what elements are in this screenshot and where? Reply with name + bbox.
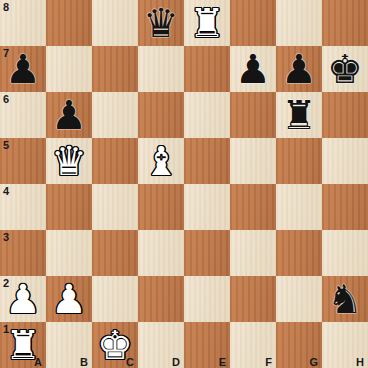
square-d2[interactable]	[138, 276, 184, 322]
piece-black-pawn[interactable]: ♟	[230, 46, 276, 92]
file-label-f: F	[265, 356, 272, 368]
file-label-g: G	[309, 356, 318, 368]
square-f4[interactable]	[230, 184, 276, 230]
square-h6[interactable]	[322, 92, 368, 138]
square-b2[interactable]: ♟	[46, 276, 92, 322]
square-a2[interactable]: 2♟	[0, 276, 46, 322]
square-h5[interactable]	[322, 138, 368, 184]
square-d3[interactable]	[138, 230, 184, 276]
square-b4[interactable]	[46, 184, 92, 230]
square-g4[interactable]	[276, 184, 322, 230]
square-b8[interactable]	[46, 0, 92, 46]
square-f6[interactable]	[230, 92, 276, 138]
square-d1[interactable]: D	[138, 322, 184, 368]
piece-white-rook[interactable]: ♜	[0, 322, 46, 368]
square-g3[interactable]	[276, 230, 322, 276]
rank-label-8: 8	[3, 1, 9, 13]
file-label-h: H	[356, 356, 364, 368]
square-b6[interactable]: ♟	[46, 92, 92, 138]
chess-board: 8♛♜7♟♟♟♚6♟♜5♛♝432♟♟♞1A♜BC♚DEFGH	[0, 0, 368, 368]
square-b3[interactable]	[46, 230, 92, 276]
square-g5[interactable]	[276, 138, 322, 184]
square-f2[interactable]	[230, 276, 276, 322]
square-g8[interactable]	[276, 0, 322, 46]
piece-white-rook[interactable]: ♜	[184, 0, 230, 46]
square-f5[interactable]	[230, 138, 276, 184]
square-g6[interactable]: ♜	[276, 92, 322, 138]
square-a7[interactable]: 7♟	[0, 46, 46, 92]
square-h8[interactable]	[322, 0, 368, 46]
square-f7[interactable]: ♟	[230, 46, 276, 92]
square-f8[interactable]	[230, 0, 276, 46]
piece-black-pawn[interactable]: ♟	[276, 46, 322, 92]
square-e8[interactable]: ♜	[184, 0, 230, 46]
piece-white-pawn[interactable]: ♟	[0, 276, 46, 322]
piece-black-queen[interactable]: ♛	[138, 0, 184, 46]
square-g1[interactable]: G	[276, 322, 322, 368]
piece-white-queen[interactable]: ♛	[46, 138, 92, 184]
square-c5[interactable]	[92, 138, 138, 184]
piece-black-pawn[interactable]: ♟	[0, 46, 46, 92]
square-g2[interactable]	[276, 276, 322, 322]
square-e6[interactable]	[184, 92, 230, 138]
square-h2[interactable]: ♞	[322, 276, 368, 322]
square-a8[interactable]: 8	[0, 0, 46, 46]
square-c2[interactable]	[92, 276, 138, 322]
square-e1[interactable]: E	[184, 322, 230, 368]
square-c7[interactable]	[92, 46, 138, 92]
square-c8[interactable]	[92, 0, 138, 46]
piece-white-bishop[interactable]: ♝	[138, 138, 184, 184]
square-h4[interactable]	[322, 184, 368, 230]
square-a5[interactable]: 5	[0, 138, 46, 184]
piece-white-pawn[interactable]: ♟	[46, 276, 92, 322]
square-e4[interactable]	[184, 184, 230, 230]
square-a6[interactable]: 6	[0, 92, 46, 138]
square-c3[interactable]	[92, 230, 138, 276]
piece-black-rook[interactable]: ♜	[276, 92, 322, 138]
rank-label-4: 4	[3, 185, 9, 197]
rank-label-6: 6	[3, 93, 9, 105]
square-e3[interactable]	[184, 230, 230, 276]
square-d8[interactable]: ♛	[138, 0, 184, 46]
square-d6[interactable]	[138, 92, 184, 138]
square-b5[interactable]: ♛	[46, 138, 92, 184]
square-a4[interactable]: 4	[0, 184, 46, 230]
square-h7[interactable]: ♚	[322, 46, 368, 92]
square-d7[interactable]	[138, 46, 184, 92]
rank-label-5: 5	[3, 139, 9, 151]
square-e7[interactable]	[184, 46, 230, 92]
piece-white-king[interactable]: ♚	[92, 322, 138, 368]
square-a1[interactable]: 1A♜	[0, 322, 46, 368]
square-c6[interactable]	[92, 92, 138, 138]
square-e2[interactable]	[184, 276, 230, 322]
square-a3[interactable]: 3	[0, 230, 46, 276]
square-f1[interactable]: F	[230, 322, 276, 368]
file-label-d: D	[172, 356, 180, 368]
square-e5[interactable]	[184, 138, 230, 184]
file-label-b: B	[80, 356, 88, 368]
square-c1[interactable]: C♚	[92, 322, 138, 368]
square-b7[interactable]	[46, 46, 92, 92]
square-h3[interactable]	[322, 230, 368, 276]
square-g7[interactable]: ♟	[276, 46, 322, 92]
rank-label-3: 3	[3, 231, 9, 243]
square-h1[interactable]: H	[322, 322, 368, 368]
piece-black-king[interactable]: ♚	[322, 46, 368, 92]
square-b1[interactable]: B	[46, 322, 92, 368]
square-d5[interactable]: ♝	[138, 138, 184, 184]
square-d4[interactable]	[138, 184, 184, 230]
piece-black-knight[interactable]: ♞	[322, 276, 368, 322]
piece-black-pawn[interactable]: ♟	[46, 92, 92, 138]
square-c4[interactable]	[92, 184, 138, 230]
file-label-e: E	[219, 356, 226, 368]
square-f3[interactable]	[230, 230, 276, 276]
